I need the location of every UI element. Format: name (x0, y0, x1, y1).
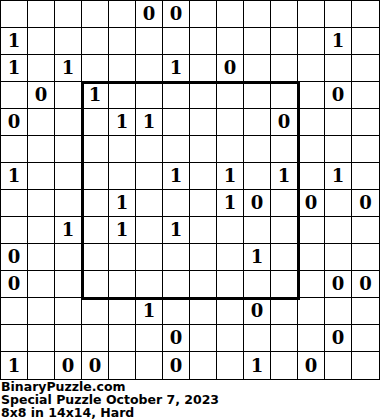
cell-r3-c3-given-1[interactable]: 1 (82, 82, 109, 109)
cell-r5-c9[interactable] (244, 136, 271, 163)
cell-r13-c9-given-1[interactable]: 1 (244, 352, 271, 379)
cell-r3-c10[interactable] (271, 82, 298, 109)
cell-r7-c6[interactable] (163, 190, 190, 217)
cell-r0-c9[interactable] (244, 1, 271, 28)
cell-r11-c1[interactable] (28, 298, 55, 325)
cell-r5-c8[interactable] (217, 136, 244, 163)
cell-r8-c9[interactable] (244, 217, 271, 244)
cell-r7-c2[interactable] (55, 190, 82, 217)
cell-r6-c5[interactable] (136, 163, 163, 190)
cell-r3-c7[interactable] (190, 82, 217, 109)
cell-r5-c10[interactable] (271, 136, 298, 163)
cell-r8-c2-given-1[interactable]: 1 (55, 217, 82, 244)
cell-r0-c0[interactable] (1, 1, 28, 28)
cell-r3-c4[interactable] (109, 82, 136, 109)
cell-r0-c2[interactable] (55, 1, 82, 28)
cell-r10-c6[interactable] (163, 271, 190, 298)
cell-r6-c6-given-1[interactable]: 1 (163, 163, 190, 190)
cell-r9-c12[interactable] (325, 244, 352, 271)
cell-r11-c9-given-0[interactable]: 0 (244, 298, 271, 325)
cell-r13-c7[interactable] (190, 352, 217, 379)
cell-r2-c12[interactable] (325, 55, 352, 82)
cell-r10-c0-given-0[interactable]: 0 (1, 271, 28, 298)
cell-r3-c8[interactable] (217, 82, 244, 109)
cell-r4-c11[interactable] (298, 109, 325, 136)
cell-r0-c12[interactable] (325, 1, 352, 28)
cell-r9-c2[interactable] (55, 244, 82, 271)
cell-r2-c10[interactable] (271, 55, 298, 82)
cell-r0-c5-given-0[interactable]: 0 (136, 1, 163, 28)
cell-r12-c13[interactable] (352, 325, 379, 352)
cell-r7-c11-given-0[interactable]: 0 (298, 190, 325, 217)
footer: BinaryPuzzle.com Special Puzzle October … (1, 381, 380, 419)
cell-r10-c8[interactable] (217, 271, 244, 298)
puzzle-board: 0011111001001101111111000111010001000100… (0, 0, 380, 380)
cell-r12-c0[interactable] (1, 325, 28, 352)
cell-r5-c2[interactable] (55, 136, 82, 163)
cell-r9-c0-given-0[interactable]: 0 (1, 244, 28, 271)
cell-r11-c13[interactable] (352, 298, 379, 325)
cell-r8-c10[interactable] (271, 217, 298, 244)
cell-r0-c1[interactable] (28, 1, 55, 28)
cell-r5-c3[interactable] (82, 136, 109, 163)
cell-r4-c0-given-0[interactable]: 0 (1, 109, 28, 136)
cell-r7-c1[interactable] (28, 190, 55, 217)
cell-r4-c5-given-1[interactable]: 1 (136, 109, 163, 136)
cell-r9-c8[interactable] (217, 244, 244, 271)
cell-r13-c13[interactable] (352, 352, 379, 379)
cell-r6-c7[interactable] (190, 163, 217, 190)
cell-r3-c11[interactable] (298, 82, 325, 109)
cell-r13-c0-given-1[interactable]: 1 (1, 352, 28, 379)
cell-r12-c6-given-0[interactable]: 0 (163, 325, 190, 352)
cell-r6-c9[interactable] (244, 163, 271, 190)
cell-r6-c11[interactable] (298, 163, 325, 190)
cell-r2-c1[interactable] (28, 55, 55, 82)
cell-r6-c4[interactable] (109, 163, 136, 190)
cell-r13-c8[interactable] (217, 352, 244, 379)
cell-r4-c10-given-0[interactable]: 0 (271, 109, 298, 136)
cell-r2-c13[interactable] (352, 55, 379, 82)
cell-r10-c9[interactable] (244, 271, 271, 298)
cell-r1-c12-given-1[interactable]: 1 (325, 28, 352, 55)
cell-r10-c10[interactable] (271, 271, 298, 298)
cell-r2-c7[interactable] (190, 55, 217, 82)
cell-r11-c0[interactable] (1, 298, 28, 325)
cell-r13-c12[interactable] (325, 352, 352, 379)
cell-r11-c6[interactable] (163, 298, 190, 325)
cell-r4-c7[interactable] (190, 109, 217, 136)
cell-r1-c1[interactable] (28, 28, 55, 55)
cell-r5-c13[interactable] (352, 136, 379, 163)
cell-r8-c7[interactable] (190, 217, 217, 244)
cell-r0-c13[interactable] (352, 1, 379, 28)
cell-r11-c11[interactable] (298, 298, 325, 325)
cell-r3-c5[interactable] (136, 82, 163, 109)
cell-r13-c3-given-0[interactable]: 0 (82, 352, 109, 379)
cell-r9-c13[interactable] (352, 244, 379, 271)
cell-r8-c11[interactable] (298, 217, 325, 244)
cell-r4-c13[interactable] (352, 109, 379, 136)
cell-r2-c2-given-1[interactable]: 1 (55, 55, 82, 82)
cell-r3-c12-given-0[interactable]: 0 (325, 82, 352, 109)
cell-r9-c3[interactable] (82, 244, 109, 271)
cell-r6-c2[interactable] (55, 163, 82, 190)
cell-r4-c2[interactable] (55, 109, 82, 136)
cell-r4-c4-given-1[interactable]: 1 (109, 109, 136, 136)
cell-r2-c11[interactable] (298, 55, 325, 82)
cell-r3-c1-given-0[interactable]: 0 (28, 82, 55, 109)
cell-r8-c6-given-1[interactable]: 1 (163, 217, 190, 244)
cell-r2-c4[interactable] (109, 55, 136, 82)
cell-r2-c9[interactable] (244, 55, 271, 82)
cell-r7-c9-given-0[interactable]: 0 (244, 190, 271, 217)
cell-r13-c10[interactable] (271, 352, 298, 379)
cell-r11-c2[interactable] (55, 298, 82, 325)
cell-r7-c13-given-0[interactable]: 0 (352, 190, 379, 217)
cell-r12-c9[interactable] (244, 325, 271, 352)
cell-r10-c13-given-0[interactable]: 0 (352, 271, 379, 298)
cell-r6-c8-given-1[interactable]: 1 (217, 163, 244, 190)
cell-r4-c12[interactable] (325, 109, 352, 136)
cell-r6-c1[interactable] (28, 163, 55, 190)
cell-r1-c3[interactable] (82, 28, 109, 55)
cell-r8-c4-given-1[interactable]: 1 (109, 217, 136, 244)
cell-r0-c3[interactable] (82, 1, 109, 28)
cell-r11-c5-given-1[interactable]: 1 (136, 298, 163, 325)
cell-r8-c0[interactable] (1, 217, 28, 244)
cell-r2-c6-given-1[interactable]: 1 (163, 55, 190, 82)
cell-r8-c12[interactable] (325, 217, 352, 244)
cell-r5-c6[interactable] (163, 136, 190, 163)
cell-r5-c5[interactable] (136, 136, 163, 163)
cell-r9-c4[interactable] (109, 244, 136, 271)
cell-r0-c8[interactable] (217, 1, 244, 28)
cell-r13-c4[interactable] (109, 352, 136, 379)
cell-r1-c4[interactable] (109, 28, 136, 55)
cell-r9-c1[interactable] (28, 244, 55, 271)
cell-r1-c10[interactable] (271, 28, 298, 55)
cell-r1-c8[interactable] (217, 28, 244, 55)
cell-r6-c0-given-1[interactable]: 1 (1, 163, 28, 190)
cell-r7-c3[interactable] (82, 190, 109, 217)
cell-r6-c3[interactable] (82, 163, 109, 190)
cell-r12-c10[interactable] (271, 325, 298, 352)
cell-r1-c7[interactable] (190, 28, 217, 55)
cell-r3-c13[interactable] (352, 82, 379, 109)
cell-r12-c12-given-0[interactable]: 0 (325, 325, 352, 352)
cell-r5-c7[interactable] (190, 136, 217, 163)
cell-r5-c11[interactable] (298, 136, 325, 163)
cell-r11-c7[interactable] (190, 298, 217, 325)
binary-puzzle-page: 0011111001001101111111000111010001000100… (0, 0, 381, 419)
cell-r2-c3[interactable] (82, 55, 109, 82)
cell-r12-c3[interactable] (82, 325, 109, 352)
cell-r0-c11[interactable] (298, 1, 325, 28)
cell-r7-c4-given-1[interactable]: 1 (109, 190, 136, 217)
cell-r12-c1[interactable] (28, 325, 55, 352)
cell-r13-c1[interactable] (28, 352, 55, 379)
cell-r3-c9[interactable] (244, 82, 271, 109)
cell-r9-c9-given-1[interactable]: 1 (244, 244, 271, 271)
cell-r10-c4[interactable] (109, 271, 136, 298)
cell-r2-c0-given-1[interactable]: 1 (1, 55, 28, 82)
cell-r0-c4[interactable] (109, 1, 136, 28)
cell-r8-c5[interactable] (136, 217, 163, 244)
cell-r6-c10-given-1[interactable]: 1 (271, 163, 298, 190)
cell-r9-c6[interactable] (163, 244, 190, 271)
cell-r10-c7[interactable] (190, 271, 217, 298)
cell-r1-c5[interactable] (136, 28, 163, 55)
footer-info: 8x8 in 14x14, Hard (1, 407, 380, 419)
cell-r7-c0[interactable] (1, 190, 28, 217)
cell-r4-c3[interactable] (82, 109, 109, 136)
cell-r10-c5[interactable] (136, 271, 163, 298)
cell-r0-c10[interactable] (271, 1, 298, 28)
cell-r4-c6[interactable] (163, 109, 190, 136)
cell-r11-c8[interactable] (217, 298, 244, 325)
cell-r6-c13[interactable] (352, 163, 379, 190)
cell-r7-c12[interactable] (325, 190, 352, 217)
cell-r3-c0[interactable] (1, 82, 28, 109)
cell-r2-c5[interactable] (136, 55, 163, 82)
cell-r0-c7[interactable] (190, 1, 217, 28)
cell-r7-c8-given-1[interactable]: 1 (217, 190, 244, 217)
cell-r2-c8-given-0[interactable]: 0 (217, 55, 244, 82)
cell-r10-c3[interactable] (82, 271, 109, 298)
cell-r0-c6-given-0[interactable]: 0 (163, 1, 190, 28)
cell-r10-c1[interactable] (28, 271, 55, 298)
cell-r10-c2[interactable] (55, 271, 82, 298)
cell-r8-c1[interactable] (28, 217, 55, 244)
cell-r13-c5[interactable] (136, 352, 163, 379)
cell-r11-c12[interactable] (325, 298, 352, 325)
cell-r12-c5[interactable] (136, 325, 163, 352)
cell-r7-c10[interactable] (271, 190, 298, 217)
cell-r11-c4[interactable] (109, 298, 136, 325)
cell-r12-c11[interactable] (298, 325, 325, 352)
cell-r1-c6[interactable] (163, 28, 190, 55)
cell-r13-c2-given-0[interactable]: 0 (55, 352, 82, 379)
cell-r9-c7[interactable] (190, 244, 217, 271)
cell-r1-c0-given-1[interactable]: 1 (1, 28, 28, 55)
cell-r11-c3[interactable] (82, 298, 109, 325)
cell-r5-c12[interactable] (325, 136, 352, 163)
cell-r5-c0[interactable] (1, 136, 28, 163)
cell-r13-c6-given-0[interactable]: 0 (163, 352, 190, 379)
cell-r1-c9[interactable] (244, 28, 271, 55)
cell-r1-c13[interactable] (352, 28, 379, 55)
cell-r7-c7[interactable] (190, 190, 217, 217)
cell-r6-c12-given-1[interactable]: 1 (325, 163, 352, 190)
cell-r3-c6[interactable] (163, 82, 190, 109)
cell-r8-c8[interactable] (217, 217, 244, 244)
cell-r8-c3[interactable] (82, 217, 109, 244)
cell-r1-c11[interactable] (298, 28, 325, 55)
cell-r12-c4[interactable] (109, 325, 136, 352)
cell-r4-c8[interactable] (217, 109, 244, 136)
cell-r5-c1[interactable] (28, 136, 55, 163)
cell-r9-c11[interactable] (298, 244, 325, 271)
cell-r12-c8[interactable] (217, 325, 244, 352)
cell-r13-c11-given-0[interactable]: 0 (298, 352, 325, 379)
cell-r3-c2[interactable] (55, 82, 82, 109)
cell-r9-c5[interactable] (136, 244, 163, 271)
cell-r9-c10[interactable] (271, 244, 298, 271)
cell-r12-c2[interactable] (55, 325, 82, 352)
cell-r4-c1[interactable] (28, 109, 55, 136)
cell-r4-c9[interactable] (244, 109, 271, 136)
cell-r11-c10[interactable] (271, 298, 298, 325)
cell-r10-c11[interactable] (298, 271, 325, 298)
cell-r1-c2[interactable] (55, 28, 82, 55)
cell-r12-c7[interactable] (190, 325, 217, 352)
cell-r5-c4[interactable] (109, 136, 136, 163)
cell-r10-c12-given-0[interactable]: 0 (325, 271, 352, 298)
cell-r8-c13[interactable] (352, 217, 379, 244)
cell-r7-c5[interactable] (136, 190, 163, 217)
